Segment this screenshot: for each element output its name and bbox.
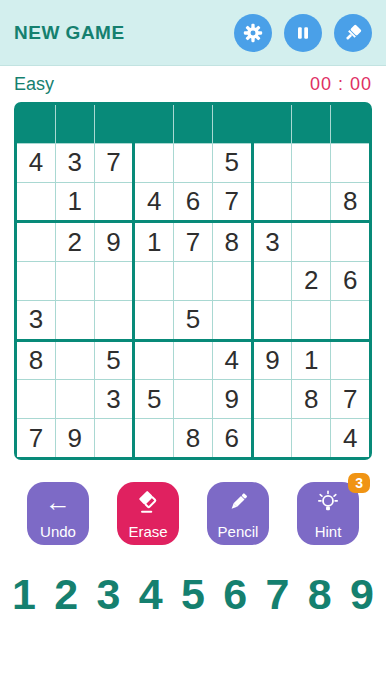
settings-button[interactable] (234, 14, 272, 52)
sudoku-cell[interactable] (174, 262, 212, 300)
sudoku-cell[interactable] (56, 301, 94, 339)
numpad-key-2[interactable]: 2 (52, 573, 80, 616)
sudoku-cell[interactable]: 4 (331, 419, 369, 457)
undo-arrow-icon: ← (45, 489, 71, 515)
sudoku-cell[interactable] (254, 183, 292, 221)
sudoku-cell[interactable] (174, 380, 212, 418)
sudoku-cell[interactable] (17, 183, 55, 221)
erase-button[interactable]: Erase (117, 482, 179, 545)
sudoku-cell[interactable]: 6 (213, 419, 251, 457)
sudoku-cell[interactable] (135, 301, 173, 339)
sudoku-cell[interactable] (56, 342, 94, 380)
sudoku-cell[interactable]: 2 (56, 223, 94, 261)
sudoku-box: 326 (254, 223, 369, 338)
sudoku-cell[interactable]: 5 (213, 144, 251, 182)
numpad-key-7[interactable]: 7 (264, 573, 292, 616)
sudoku-cell[interactable]: 3 (56, 144, 94, 182)
pencil-button[interactable]: Pencil (207, 482, 269, 545)
sudoku-cell[interactable]: 7 (174, 223, 212, 261)
sudoku-cell[interactable]: 9 (95, 223, 133, 261)
numpad-key-3[interactable]: 3 (95, 573, 123, 616)
sudoku-cell[interactable] (213, 262, 251, 300)
sudoku-cell[interactable]: 9 (254, 342, 292, 380)
sudoku-box: 1785 (135, 223, 250, 338)
sudoku-cell[interactable] (17, 223, 55, 261)
pause-button[interactable] (284, 14, 322, 52)
sudoku-cell[interactable] (95, 419, 133, 457)
sudoku-cell[interactable] (213, 105, 251, 143)
sudoku-board: 4371546782931785326853794598691874 (14, 102, 372, 460)
sudoku-cell[interactable]: 7 (95, 144, 133, 182)
status-row: Easy 00 : 00 (0, 66, 386, 102)
theme-button[interactable] (334, 14, 372, 52)
sudoku-cell[interactable] (331, 105, 369, 143)
bulb-icon (315, 489, 341, 515)
sudoku-box: 8 (254, 105, 369, 220)
sudoku-cell[interactable] (292, 144, 330, 182)
brush-icon (342, 22, 364, 44)
sudoku-box: 45986 (135, 342, 250, 457)
sudoku-cell[interactable] (17, 105, 55, 143)
sudoku-cell[interactable] (95, 183, 133, 221)
sudoku-cell[interactable]: 5 (135, 380, 173, 418)
sudoku-cell[interactable] (95, 105, 133, 143)
sudoku-cell[interactable]: 3 (95, 380, 133, 418)
sudoku-cell[interactable]: 3 (17, 301, 55, 339)
sudoku-cell[interactable] (254, 105, 292, 143)
sudoku-cell[interactable]: 4 (135, 183, 173, 221)
sudoku-cell[interactable]: 1 (56, 183, 94, 221)
sudoku-cell[interactable] (331, 223, 369, 261)
page-title: NEW GAME (14, 22, 222, 44)
sudoku-cell[interactable]: 2 (292, 262, 330, 300)
sudoku-cell[interactable]: 8 (331, 183, 369, 221)
sudoku-cell[interactable] (174, 342, 212, 380)
sudoku-cell[interactable] (56, 105, 94, 143)
sudoku-cell[interactable]: 9 (213, 380, 251, 418)
sudoku-cell[interactable]: 7 (17, 419, 55, 457)
sudoku-cell[interactable] (254, 144, 292, 182)
sudoku-cell[interactable] (292, 105, 330, 143)
sudoku-cell[interactable] (254, 419, 292, 457)
numpad-key-5[interactable]: 5 (179, 573, 207, 616)
sudoku-cell[interactable] (292, 419, 330, 457)
sudoku-cell[interactable] (95, 301, 133, 339)
sudoku-cell[interactable] (331, 301, 369, 339)
sudoku-cell[interactable]: 1 (135, 223, 173, 261)
number-pad: 123456789 (0, 573, 386, 616)
sudoku-cell[interactable]: 8 (174, 419, 212, 457)
sudoku-cell[interactable] (174, 105, 212, 143)
sudoku-cell[interactable] (17, 262, 55, 300)
undo-button[interactable]: ← Undo (27, 482, 89, 545)
numpad-key-6[interactable]: 6 (221, 573, 249, 616)
action-bar: ← Undo Erase Pencil (0, 482, 386, 545)
sudoku-box: 85379 (17, 342, 132, 457)
sudoku-cell[interactable]: 5 (95, 342, 133, 380)
sudoku-cell[interactable]: 5 (174, 301, 212, 339)
pause-icon (293, 23, 313, 43)
numpad-key-8[interactable]: 8 (306, 573, 334, 616)
sudoku-cell[interactable]: 3 (254, 223, 292, 261)
sudoku-cell[interactable]: 8 (292, 380, 330, 418)
eraser-icon (135, 489, 161, 515)
sudoku-cell[interactable]: 1 (292, 342, 330, 380)
sudoku-cell[interactable] (174, 144, 212, 182)
sudoku-cell[interactable] (135, 342, 173, 380)
sudoku-cell[interactable] (135, 105, 173, 143)
gear-icon (242, 22, 264, 44)
sudoku-cell[interactable] (213, 301, 251, 339)
hint-count-badge: 3 (348, 473, 370, 493)
sudoku-box: 293 (17, 223, 132, 338)
sudoku-cell[interactable] (292, 223, 330, 261)
sudoku-cell[interactable] (292, 301, 330, 339)
pencil-icon (225, 489, 251, 515)
numpad-key-4[interactable]: 4 (137, 573, 165, 616)
sudoku-box: 91874 (254, 342, 369, 457)
sudoku-cell[interactable] (254, 262, 292, 300)
numpad-key-1[interactable]: 1 (10, 573, 38, 616)
sudoku-cell[interactable] (331, 342, 369, 380)
pencil-label: Pencil (218, 523, 259, 540)
sudoku-box: 5467 (135, 105, 250, 220)
sudoku-cell[interactable] (135, 144, 173, 182)
sudoku-box: 4371 (17, 105, 132, 220)
timer: 00 : 00 (310, 74, 372, 95)
erase-label: Erase (128, 523, 167, 540)
sudoku-cell[interactable] (17, 380, 55, 418)
sudoku-cell[interactable]: 7 (213, 183, 251, 221)
sudoku-cell[interactable] (331, 144, 369, 182)
sudoku-cell[interactable]: 7 (331, 380, 369, 418)
sudoku-cell[interactable]: 8 (17, 342, 55, 380)
sudoku-cell[interactable]: 6 (174, 183, 212, 221)
sudoku-cell[interactable]: 4 (17, 144, 55, 182)
top-bar: NEW GAME (0, 0, 386, 66)
sudoku-cell[interactable]: 8 (213, 223, 251, 261)
sudoku-cell[interactable] (135, 262, 173, 300)
difficulty-label: Easy (14, 74, 54, 95)
numpad-key-9[interactable]: 9 (348, 573, 376, 616)
sudoku-cell[interactable] (292, 183, 330, 221)
sudoku-cell[interactable] (135, 419, 173, 457)
sudoku-cell[interactable]: 4 (213, 342, 251, 380)
sudoku-cell[interactable] (56, 380, 94, 418)
sudoku-cell[interactable] (56, 262, 94, 300)
sudoku-cell[interactable]: 9 (56, 419, 94, 457)
hint-button[interactable]: 3 Hint (297, 482, 359, 545)
undo-label: Undo (40, 523, 76, 540)
sudoku-cell[interactable]: 6 (331, 262, 369, 300)
sudoku-cell[interactable] (254, 380, 292, 418)
sudoku-cell[interactable] (95, 262, 133, 300)
hint-label: Hint (315, 523, 342, 540)
sudoku-cell[interactable] (254, 301, 292, 339)
